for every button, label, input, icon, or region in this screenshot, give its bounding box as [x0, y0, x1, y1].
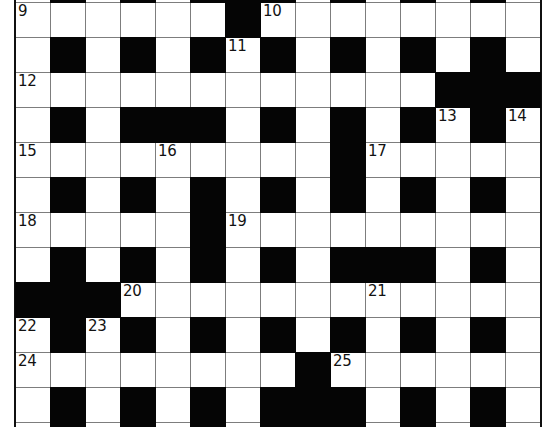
cell-r9c6-white[interactable] [226, 283, 260, 317]
cell-r5c13-white[interactable] [471, 143, 505, 177]
clue-number-12: 12 [18, 74, 37, 88]
cell-r8c5-black [191, 248, 225, 282]
cell-r13c0-white[interactable] [16, 423, 50, 427]
cell-r8c12-white[interactable] [436, 248, 470, 282]
clue-number-25: 25 [333, 354, 352, 368]
cell-r3c5-white[interactable] [191, 73, 225, 107]
cell-r7c8-white[interactable] [296, 213, 330, 247]
cell-r0c2-white[interactable] [86, 0, 120, 2]
cell-r3c8-white[interactable] [296, 73, 330, 107]
cell-r4c5-black [191, 108, 225, 142]
cell-r13c12-white[interactable] [436, 423, 470, 427]
cell-r4c11-black [401, 108, 435, 142]
cell-r8c10-black [366, 248, 400, 282]
clue-number-23: 23 [88, 319, 107, 333]
clue-number-11: 11 [228, 39, 247, 53]
cell-r0c5-black [191, 0, 225, 2]
cell-r9c3-white[interactable]: 20 [121, 283, 155, 317]
cell-r13c6-white[interactable] [226, 423, 260, 427]
cell-r3c11-white[interactable] [401, 73, 435, 107]
cell-r10c6-white[interactable] [226, 318, 260, 352]
clue-number-24: 24 [18, 354, 37, 368]
cell-r11c5-white[interactable] [191, 353, 225, 387]
cell-r11c6-white[interactable] [226, 353, 260, 387]
cell-r8c8-white[interactable] [296, 248, 330, 282]
cell-r11c8-black [296, 353, 330, 387]
cell-r10c9-black [331, 318, 365, 352]
cell-r6c8-white[interactable] [296, 178, 330, 212]
cell-r0c4-white[interactable] [156, 0, 190, 2]
cell-r1c9-white[interactable] [331, 3, 365, 37]
cell-r7c13-white[interactable] [471, 213, 505, 247]
cell-r10c4-white[interactable] [156, 318, 190, 352]
cell-r9c14-white[interactable] [506, 283, 540, 317]
cell-r4c7-black [261, 108, 295, 142]
cell-r5c4-white[interactable]: 16 [156, 143, 190, 177]
cell-r0c14-white[interactable] [506, 0, 540, 2]
cell-r12c2-white[interactable] [86, 388, 120, 422]
cell-r12c11-black [401, 388, 435, 422]
cell-r6c1-black [51, 178, 85, 212]
cell-r0c1-black [51, 0, 85, 2]
cell-r4c14-white[interactable]: 14 [506, 108, 540, 142]
cell-r12c13-black [471, 388, 505, 422]
cell-r3c12-black [436, 73, 470, 107]
cell-r5c10-white[interactable]: 17 [366, 143, 400, 177]
cell-r11c13-white[interactable] [471, 353, 505, 387]
cell-r6c6-white[interactable] [226, 178, 260, 212]
cell-r11c1-white[interactable] [51, 353, 85, 387]
cell-r5c14-white[interactable] [506, 143, 540, 177]
cell-r9c11-white[interactable] [401, 283, 435, 317]
cell-r13c10-white[interactable] [366, 423, 400, 427]
cell-r12c1-black [51, 388, 85, 422]
clue-number-19: 19 [228, 214, 247, 228]
cell-r1c8-white[interactable] [296, 3, 330, 37]
cell-r5c2-white[interactable] [86, 143, 120, 177]
cell-r1c12-white[interactable] [436, 3, 470, 37]
cell-r11c0-white[interactable]: 24 [16, 353, 50, 387]
cell-r6c5-black [191, 178, 225, 212]
cell-r7c5-black [191, 213, 225, 247]
cell-r1c4-white[interactable] [156, 3, 190, 37]
cell-r2c13-black [471, 38, 505, 72]
cell-r5c5-white[interactable] [191, 143, 225, 177]
cell-r7c4-white[interactable] [156, 213, 190, 247]
cell-r4c1-black [51, 108, 85, 142]
cell-r13c1-black [51, 423, 85, 427]
cell-r9c4-white[interactable] [156, 283, 190, 317]
cell-r11c4-white[interactable] [156, 353, 190, 387]
cell-r3c2-white[interactable] [86, 73, 120, 107]
cell-r0c10-white[interactable] [366, 0, 400, 2]
cell-r4c3-black [121, 108, 155, 142]
cell-r3c1-white[interactable] [51, 73, 85, 107]
cell-r7c3-white[interactable] [121, 213, 155, 247]
cell-r11c10-white[interactable] [366, 353, 400, 387]
cell-r12c4-white[interactable] [156, 388, 190, 422]
cell-r2c4-white[interactable] [156, 38, 190, 72]
crossword-grid: 910111213141516171819202122232425 [14, 0, 542, 427]
cell-r6c3-black [121, 178, 155, 212]
cell-r10c14-white[interactable] [506, 318, 540, 352]
clue-number-14: 14 [508, 109, 527, 123]
cell-r9c1-black [51, 283, 85, 317]
cell-r12c9-black [331, 388, 365, 422]
cell-r1c3-white[interactable] [121, 3, 155, 37]
cell-r13c13-black [471, 423, 505, 427]
cell-r9c13-white[interactable] [471, 283, 505, 317]
cell-r0c13-black [471, 0, 505, 2]
cell-r7c1-white[interactable] [51, 213, 85, 247]
cell-r7c12-white[interactable] [436, 213, 470, 247]
cell-r13c2-white[interactable] [86, 423, 120, 427]
clue-number-22: 22 [18, 319, 37, 333]
cell-r1c0-white[interactable]: 9 [16, 3, 50, 37]
cell-r1c10-white[interactable] [366, 3, 400, 37]
cell-r3c0-white[interactable]: 12 [16, 73, 50, 107]
cell-r7c10-white[interactable] [366, 213, 400, 247]
cell-r7c11-white[interactable] [401, 213, 435, 247]
cell-r5c9-black [331, 143, 365, 177]
cell-r12c0-white[interactable] [16, 388, 50, 422]
cell-r13c3-black [121, 423, 155, 427]
cell-r4c10-white[interactable] [366, 108, 400, 142]
cell-r6c7-black [261, 178, 295, 212]
clue-number-20: 20 [123, 284, 142, 298]
cell-r9c10-white[interactable]: 21 [366, 283, 400, 317]
clue-number-9: 9 [18, 4, 27, 18]
cell-r9c9-white[interactable] [331, 283, 365, 317]
cell-r10c2-white[interactable]: 23 [86, 318, 120, 352]
cell-r5c6-white[interactable] [226, 143, 260, 177]
cell-r12c3-black [121, 388, 155, 422]
cell-r7c2-white[interactable] [86, 213, 120, 247]
cell-r3c6-white[interactable] [226, 73, 260, 107]
cell-r2c1-black [51, 38, 85, 72]
cell-r8c6-white[interactable] [226, 248, 260, 282]
cell-r1c7-white[interactable]: 10 [261, 3, 295, 37]
cell-r2c3-black [121, 38, 155, 72]
cell-r10c7-black [261, 318, 295, 352]
cell-r8c0-white[interactable] [16, 248, 50, 282]
cell-r7c14-white[interactable] [506, 213, 540, 247]
cell-r4c4-black [156, 108, 190, 142]
cell-r5c11-white[interactable] [401, 143, 435, 177]
cell-r7c6-white[interactable]: 19 [226, 213, 260, 247]
cell-r11c3-white[interactable] [121, 353, 155, 387]
cell-r2c7-black [261, 38, 295, 72]
cell-r13c4-white[interactable] [156, 423, 190, 427]
cell-r0c9-black [331, 0, 365, 2]
cell-r8c7-black [261, 248, 295, 282]
cell-r2c12-white[interactable] [436, 38, 470, 72]
cell-r3c4-white[interactable] [156, 73, 190, 107]
cell-r0c11-black [401, 0, 435, 2]
cell-r10c13-black [471, 318, 505, 352]
cell-r8c4-white[interactable] [156, 248, 190, 282]
clue-number-13: 13 [438, 109, 457, 123]
cell-r8c3-black [121, 248, 155, 282]
cell-r9c8-white[interactable] [296, 283, 330, 317]
cell-r2c6-white[interactable]: 11 [226, 38, 260, 72]
cell-r13c7-black [261, 423, 295, 427]
clue-number-18: 18 [18, 214, 37, 228]
cell-r6c4-white[interactable] [156, 178, 190, 212]
cell-r12c6-white[interactable] [226, 388, 260, 422]
clue-number-15: 15 [18, 144, 37, 158]
cell-r1c1-white[interactable] [51, 3, 85, 37]
cell-r3c13-black [471, 73, 505, 107]
cell-r2c5-black [191, 38, 225, 72]
cell-r4c12-white[interactable]: 13 [436, 108, 470, 142]
cell-r12c10-white[interactable] [366, 388, 400, 422]
cell-r11c2-white[interactable] [86, 353, 120, 387]
cell-r6c9-black [331, 178, 365, 212]
cell-r5c0-white[interactable]: 15 [16, 143, 50, 177]
cell-r0c3-black [121, 0, 155, 2]
cell-r6c14-white[interactable] [506, 178, 540, 212]
cell-r5c8-white[interactable] [296, 143, 330, 177]
cell-r11c7-white[interactable] [261, 353, 295, 387]
cell-r2c8-white[interactable] [296, 38, 330, 72]
cell-r2c10-white[interactable] [366, 38, 400, 72]
cell-r2c9-black [331, 38, 365, 72]
cell-r10c8-white[interactable] [296, 318, 330, 352]
clue-number-21: 21 [368, 284, 387, 298]
cell-r4c8-white[interactable] [296, 108, 330, 142]
cell-r3c3-white[interactable] [121, 73, 155, 107]
cell-r3c7-white[interactable] [261, 73, 295, 107]
cell-r10c5-black [191, 318, 225, 352]
cell-r13c14-white[interactable] [506, 423, 540, 427]
cell-r6c10-white[interactable] [366, 178, 400, 212]
cell-r6c0-white[interactable] [16, 178, 50, 212]
cell-r4c0-white[interactable] [16, 108, 50, 142]
cell-r0c8-white[interactable] [296, 0, 330, 2]
cell-r5c7-white[interactable] [261, 143, 295, 177]
cell-r12c5-black [191, 388, 225, 422]
cell-r5c1-white[interactable] [51, 143, 85, 177]
cell-r11c11-white[interactable] [401, 353, 435, 387]
cell-r12c14-white[interactable] [506, 388, 540, 422]
cell-r4c9-black [331, 108, 365, 142]
cell-r10c1-black [51, 318, 85, 352]
cell-r13c9-black [331, 423, 365, 427]
cell-r8c13-black [471, 248, 505, 282]
cell-r9c0-black [16, 283, 50, 317]
cell-r4c13-black [471, 108, 505, 142]
cell-r8c9-black [331, 248, 365, 282]
cell-r1c13-white[interactable] [471, 3, 505, 37]
cell-r9c7-white[interactable] [261, 283, 295, 317]
cell-r10c12-white[interactable] [436, 318, 470, 352]
cell-r6c11-black [401, 178, 435, 212]
cell-r1c11-white[interactable] [401, 3, 435, 37]
cell-r11c12-white[interactable] [436, 353, 470, 387]
cell-r12c8-black [296, 388, 330, 422]
cell-r13c8-black [296, 423, 330, 427]
cell-r5c12-white[interactable] [436, 143, 470, 177]
cell-r2c11-black [401, 38, 435, 72]
cell-r0c12-white[interactable] [436, 0, 470, 2]
cell-r9c2-black [86, 283, 120, 317]
cell-r5c3-white[interactable] [121, 143, 155, 177]
cell-r1c5-white[interactable] [191, 3, 225, 37]
cell-r3c14-black [506, 73, 540, 107]
cell-r13c11-black [401, 423, 435, 427]
cell-r7c9-white[interactable] [331, 213, 365, 247]
cell-r4c2-white[interactable] [86, 108, 120, 142]
cell-r11c9-white[interactable]: 25 [331, 353, 365, 387]
cell-r8c11-black [401, 248, 435, 282]
cell-r1c14-white[interactable] [506, 3, 540, 37]
cell-r3c9-white[interactable] [331, 73, 365, 107]
cell-r6c13-black [471, 178, 505, 212]
cell-r2c0-white[interactable] [16, 38, 50, 72]
cell-r9c5-white[interactable] [191, 283, 225, 317]
cell-r1c6-black [226, 3, 260, 37]
cell-r8c14-white[interactable] [506, 248, 540, 282]
cell-r9c12-white[interactable] [436, 283, 470, 317]
cell-r8c2-white[interactable] [86, 248, 120, 282]
cell-r11c14-white[interactable] [506, 353, 540, 387]
cell-r6c2-white[interactable] [86, 178, 120, 212]
clue-number-16: 16 [158, 144, 177, 158]
cell-r12c7-black [261, 388, 295, 422]
cell-r1c2-white[interactable] [86, 3, 120, 37]
cell-r10c0-white[interactable]: 22 [16, 318, 50, 352]
cell-r3c10-white[interactable] [366, 73, 400, 107]
cell-r10c11-black [401, 318, 435, 352]
cell-r2c14-white[interactable] [506, 38, 540, 72]
cell-r8c1-black [51, 248, 85, 282]
cell-r7c7-white[interactable] [261, 213, 295, 247]
clue-number-10: 10 [263, 4, 282, 18]
cell-r12c12-white[interactable] [436, 388, 470, 422]
cell-r0c6-black [226, 0, 260, 2]
cell-r10c10-white[interactable] [366, 318, 400, 352]
cell-r6c12-white[interactable] [436, 178, 470, 212]
cell-r7c0-white[interactable]: 18 [16, 213, 50, 247]
cell-r10c3-black [121, 318, 155, 352]
clue-number-17: 17 [368, 144, 387, 158]
cell-r4c6-white[interactable] [226, 108, 260, 142]
cell-r13c5-black [191, 423, 225, 427]
cell-r2c2-white[interactable] [86, 38, 120, 72]
